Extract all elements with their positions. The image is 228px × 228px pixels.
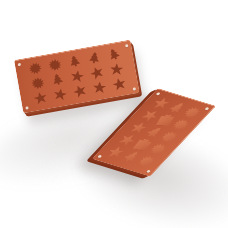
tree-shape (50, 72, 66, 87)
hanging-hole (97, 155, 102, 158)
flat-mold (14, 40, 140, 114)
star-shape (71, 83, 88, 99)
flat-mold-cavity-grid (24, 46, 131, 107)
snowflake-shape (158, 131, 179, 143)
star-shape (53, 87, 67, 100)
tree-shape (67, 54, 83, 69)
hanging-hole (204, 107, 209, 110)
star-shape (112, 76, 128, 91)
hanging-hole (146, 170, 151, 173)
hanging-hole (125, 44, 128, 47)
mold-cell (88, 78, 110, 96)
star-shape (93, 81, 106, 93)
product-photo (0, 0, 228, 228)
star-shape (110, 63, 123, 75)
hanging-hole (18, 63, 21, 66)
hanging-hole (25, 106, 28, 109)
snowflake-shape (31, 77, 44, 89)
tilted-mold (92, 88, 216, 177)
tree-shape (87, 52, 101, 65)
tilted-mold-shape-grid (102, 95, 205, 170)
star-shape (32, 90, 48, 105)
hanging-hole (133, 87, 136, 90)
mold-cell (29, 89, 51, 107)
mold-cell (69, 82, 91, 100)
snowflake-shape (48, 59, 61, 71)
mold-cell (49, 85, 71, 103)
star-shape (70, 69, 84, 82)
mold-cell (108, 75, 130, 93)
